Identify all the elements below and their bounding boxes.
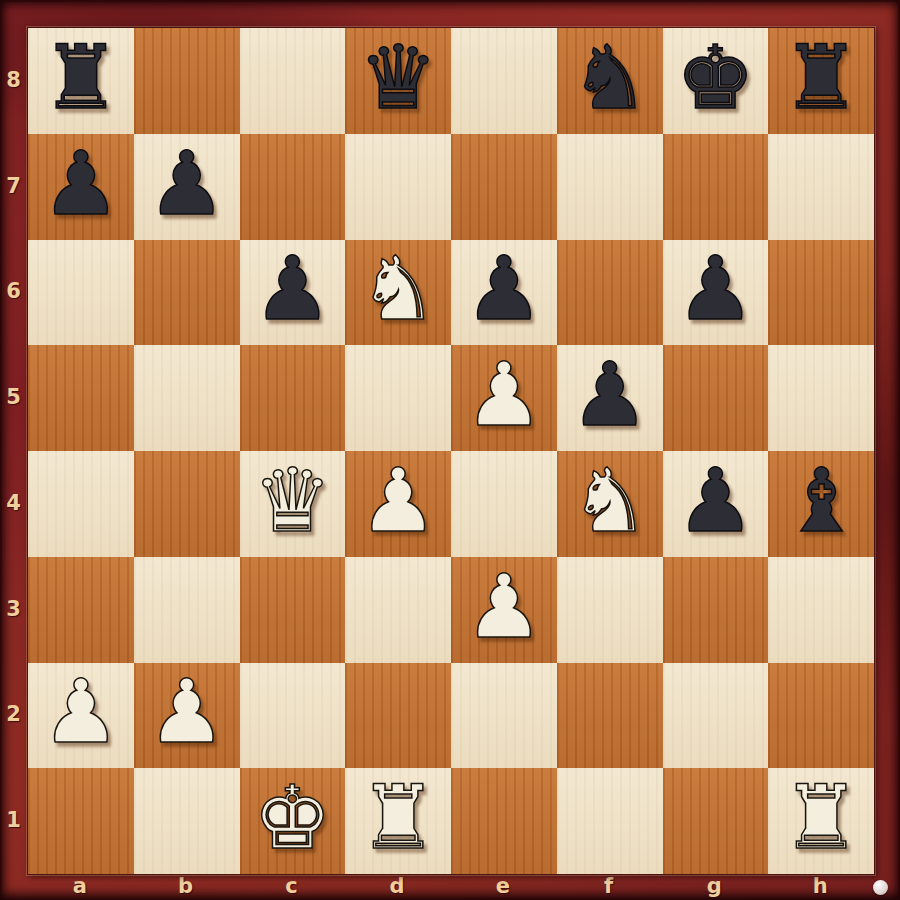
square-d2[interactable] — [345, 663, 451, 769]
square-d4[interactable]: ♟ — [345, 451, 451, 557]
square-b1[interactable] — [134, 768, 240, 874]
square-b3[interactable] — [134, 557, 240, 663]
square-b5[interactable] — [134, 345, 240, 451]
piece-black-pawn-g6[interactable]: ♟ — [676, 245, 755, 333]
square-e1[interactable] — [451, 768, 557, 874]
square-a5[interactable] — [28, 345, 134, 451]
file-label-g: g — [662, 873, 768, 900]
square-a1[interactable] — [28, 768, 134, 874]
piece-black-pawn-c6[interactable]: ♟ — [253, 245, 332, 333]
file-label-b: b — [133, 873, 239, 900]
file-label-h: h — [767, 873, 873, 900]
square-c7[interactable] — [240, 134, 346, 240]
square-h5[interactable] — [768, 345, 874, 451]
piece-white-pawn-d4[interactable]: ♟ — [359, 457, 438, 545]
square-h8[interactable]: ♜ — [768, 28, 874, 134]
square-h2[interactable] — [768, 663, 874, 769]
square-a2[interactable]: ♟ — [28, 663, 134, 769]
square-b4[interactable] — [134, 451, 240, 557]
square-g7[interactable] — [663, 134, 769, 240]
file-label-a: a — [27, 873, 133, 900]
file-label-c: c — [239, 873, 345, 900]
square-f3[interactable] — [557, 557, 663, 663]
square-c3[interactable] — [240, 557, 346, 663]
square-h1[interactable]: ♜ — [768, 768, 874, 874]
square-d6[interactable]: ♞ — [345, 240, 451, 346]
square-d1[interactable]: ♜ — [345, 768, 451, 874]
rank-label-8: 8 — [0, 27, 27, 133]
chess-board: ♜♛♞♚♜♟♟♟♞♟♟♟♟♛♟♞♟♝♟♟♟♚♜♜ — [27, 27, 875, 875]
rank-label-2: 2 — [0, 662, 27, 768]
square-c5[interactable] — [240, 345, 346, 451]
file-labels: abcdefgh — [27, 873, 873, 900]
rank-label-5: 5 — [0, 344, 27, 450]
square-f2[interactable] — [557, 663, 663, 769]
square-f7[interactable] — [557, 134, 663, 240]
square-h6[interactable] — [768, 240, 874, 346]
square-g1[interactable] — [663, 768, 769, 874]
square-f4[interactable]: ♞ — [557, 451, 663, 557]
square-e6[interactable]: ♟ — [451, 240, 557, 346]
square-e4[interactable] — [451, 451, 557, 557]
square-c8[interactable] — [240, 28, 346, 134]
square-f8[interactable]: ♞ — [557, 28, 663, 134]
rank-label-4: 4 — [0, 450, 27, 556]
rank-label-3: 3 — [0, 556, 27, 662]
square-g4[interactable]: ♟ — [663, 451, 769, 557]
rank-label-1: 1 — [0, 767, 27, 873]
piece-white-knight-d6[interactable]: ♞ — [359, 245, 438, 333]
file-label-e: e — [450, 873, 556, 900]
square-c4[interactable]: ♛ — [240, 451, 346, 557]
square-f1[interactable] — [557, 768, 663, 874]
square-g8[interactable]: ♚ — [663, 28, 769, 134]
piece-black-pawn-g4[interactable]: ♟ — [676, 457, 755, 545]
piece-black-knight-f8[interactable]: ♞ — [570, 34, 649, 122]
piece-black-rook-a8[interactable]: ♜ — [41, 34, 120, 122]
square-g3[interactable] — [663, 557, 769, 663]
square-h3[interactable] — [768, 557, 874, 663]
square-g2[interactable] — [663, 663, 769, 769]
square-h4[interactable]: ♝ — [768, 451, 874, 557]
rank-label-7: 7 — [0, 133, 27, 239]
square-d7[interactable] — [345, 134, 451, 240]
square-c1[interactable]: ♚ — [240, 768, 346, 874]
square-b8[interactable] — [134, 28, 240, 134]
square-e8[interactable] — [451, 28, 557, 134]
square-b6[interactable] — [134, 240, 240, 346]
square-d8[interactable]: ♛ — [345, 28, 451, 134]
piece-white-pawn-e5[interactable]: ♟ — [464, 351, 543, 439]
side-to-move-indicator — [873, 880, 888, 895]
square-e7[interactable] — [451, 134, 557, 240]
square-a6[interactable] — [28, 240, 134, 346]
piece-black-rook-h8[interactable]: ♜ — [782, 34, 861, 122]
square-h7[interactable] — [768, 134, 874, 240]
square-e2[interactable] — [451, 663, 557, 769]
square-d3[interactable] — [345, 557, 451, 663]
square-f5[interactable]: ♟ — [557, 345, 663, 451]
piece-white-pawn-e3[interactable]: ♟ — [464, 563, 543, 651]
square-g5[interactable] — [663, 345, 769, 451]
piece-white-king-c1[interactable]: ♚ — [253, 774, 332, 862]
square-c2[interactable] — [240, 663, 346, 769]
piece-black-bishop-h4[interactable]: ♝ — [782, 457, 861, 545]
piece-white-rook-d1[interactable]: ♜ — [359, 774, 438, 862]
piece-white-pawn-b2[interactable]: ♟ — [147, 668, 226, 756]
square-g6[interactable]: ♟ — [663, 240, 769, 346]
piece-black-pawn-a7[interactable]: ♟ — [41, 140, 120, 228]
piece-white-pawn-a2[interactable]: ♟ — [41, 668, 120, 756]
piece-black-pawn-e6[interactable]: ♟ — [464, 245, 543, 333]
file-label-d: d — [344, 873, 450, 900]
rank-labels: 87654321 — [0, 27, 27, 873]
piece-black-queen-d8[interactable]: ♛ — [359, 34, 438, 122]
rank-label-6: 6 — [0, 239, 27, 345]
piece-white-knight-f4[interactable]: ♞ — [570, 457, 649, 545]
square-a7[interactable]: ♟ — [28, 134, 134, 240]
piece-white-rook-h1[interactable]: ♜ — [782, 774, 861, 862]
piece-black-pawn-f5[interactable]: ♟ — [570, 351, 649, 439]
square-e5[interactable]: ♟ — [451, 345, 557, 451]
square-a4[interactable] — [28, 451, 134, 557]
file-label-f: f — [556, 873, 662, 900]
board-frame: 87654321 abcdefgh ♜♛♞♚♜♟♟♟♞♟♟♟♟♛♟♞♟♝♟♟♟♚… — [0, 0, 900, 900]
square-a3[interactable] — [28, 557, 134, 663]
square-d5[interactable] — [345, 345, 451, 451]
square-c6[interactable]: ♟ — [240, 240, 346, 346]
square-f6[interactable] — [557, 240, 663, 346]
square-b7[interactable]: ♟ — [134, 134, 240, 240]
square-a8[interactable]: ♜ — [28, 28, 134, 134]
square-b2[interactable]: ♟ — [134, 663, 240, 769]
piece-black-pawn-b7[interactable]: ♟ — [147, 140, 226, 228]
piece-black-king-g8[interactable]: ♚ — [676, 34, 755, 122]
piece-white-queen-c4[interactable]: ♛ — [253, 457, 332, 545]
square-e3[interactable]: ♟ — [451, 557, 557, 663]
